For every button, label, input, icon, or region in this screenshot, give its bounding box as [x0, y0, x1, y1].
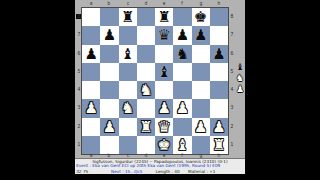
- square-d5[interactable]: [137, 63, 155, 81]
- file-label-top-f: f: [182, 1, 184, 6]
- square-b3[interactable]: [100, 99, 118, 117]
- piece-white-pawn: ♟: [173, 99, 191, 117]
- piece-black-bishop: ♝: [155, 63, 173, 81]
- square-h3[interactable]: [210, 99, 228, 117]
- square-g6[interactable]: [192, 45, 210, 63]
- square-d8[interactable]: [137, 8, 155, 26]
- square-g3[interactable]: [192, 99, 210, 117]
- next-move-label: Next : 15...Qc5: [111, 169, 143, 174]
- square-e8[interactable]: ♜: [155, 8, 173, 26]
- piece-black-pawn: ♟: [100, 26, 118, 44]
- square-e7[interactable]: ♛: [155, 26, 173, 44]
- square-e4[interactable]: [155, 81, 173, 99]
- square-h8[interactable]: [210, 8, 228, 26]
- square-h1[interactable]: ♜: [210, 136, 228, 154]
- piece-white-pawn: ♟: [82, 99, 100, 117]
- square-h6[interactable]: ♟: [210, 45, 228, 63]
- file-label-top-c: c: [126, 1, 128, 6]
- square-f3[interactable]: ♟: [173, 99, 191, 117]
- piece-white-king: ♚: [155, 136, 173, 154]
- square-a4[interactable]: [82, 81, 100, 99]
- rank-label-right-1: 1: [231, 142, 234, 147]
- piece-white-queen: ♛: [155, 118, 173, 136]
- piece-black-pawn: ♟: [82, 45, 100, 63]
- piece-black-knight: ♞: [173, 45, 191, 63]
- square-g4[interactable]: [192, 81, 210, 99]
- square-d4[interactable]: ♞: [137, 81, 155, 99]
- square-c2[interactable]: [119, 118, 137, 136]
- file-label-top-b: b: [108, 1, 111, 6]
- file-label-top-e: e: [163, 1, 166, 6]
- square-b6[interactable]: [100, 45, 118, 63]
- square-c8[interactable]: ♜: [119, 8, 137, 26]
- square-b2[interactable]: ♟: [100, 118, 118, 136]
- rank-label-left-2: 2: [77, 124, 80, 129]
- square-a2[interactable]: [82, 118, 100, 136]
- square-b7[interactable]: ♟: [100, 26, 118, 44]
- rank-label-left-1: 1: [77, 142, 80, 147]
- move-counter: 32 75: [76, 169, 88, 174]
- square-b8[interactable]: [100, 8, 118, 26]
- piece-white-rook: ♜: [210, 136, 228, 154]
- piece-white-pawn: ♟: [210, 118, 228, 136]
- rank-label-right-7: 7: [231, 33, 234, 38]
- square-b4[interactable]: [100, 81, 118, 99]
- piece-black-rook: ♜: [155, 8, 173, 26]
- square-c4[interactable]: [119, 81, 137, 99]
- square-d6[interactable]: [137, 45, 155, 63]
- file-label-top-g: g: [199, 1, 202, 6]
- rank-label-right-4: 4: [231, 88, 234, 93]
- rank-label-left-7: 7: [77, 33, 80, 38]
- square-g1[interactable]: [192, 136, 210, 154]
- file-label-top-d: d: [144, 1, 147, 6]
- rank-label-right-2: 2: [231, 124, 234, 129]
- square-f8[interactable]: [173, 8, 191, 26]
- square-b5[interactable]: [100, 63, 118, 81]
- square-g5[interactable]: [192, 63, 210, 81]
- square-c5[interactable]: [119, 63, 137, 81]
- square-f4[interactable]: [173, 81, 191, 99]
- square-e6[interactable]: [155, 45, 173, 63]
- square-a5[interactable]: [82, 63, 100, 81]
- square-f2[interactable]: [173, 118, 191, 136]
- rank-label-left-5: 5: [77, 69, 80, 74]
- piece-black-pawn: ♟: [173, 26, 191, 44]
- square-a7[interactable]: [82, 26, 100, 44]
- file-label-top-h: h: [217, 1, 220, 6]
- square-b1[interactable]: [100, 136, 118, 154]
- rank-label-right-5: 5: [231, 69, 234, 74]
- tray-white-knight: ♞: [236, 73, 244, 84]
- square-d1[interactable]: [137, 136, 155, 154]
- piece-black-pawn: ♟: [192, 26, 210, 44]
- square-a8[interactable]: [82, 8, 100, 26]
- square-h5[interactable]: [210, 63, 228, 81]
- square-e2[interactable]: ♛: [155, 118, 173, 136]
- chess-board: ♜♜♚♟♛♟♟♟♝♞♟♝♞♟♞♟♟♟♜♛♟♟♚♝♜: [82, 8, 228, 154]
- square-c3[interactable]: ♞: [119, 99, 137, 117]
- square-g7[interactable]: ♟: [192, 26, 210, 44]
- piece-white-knight: ♞: [137, 81, 155, 99]
- piece-black-queen: ♛: [155, 26, 173, 44]
- square-f1[interactable]: ♝: [173, 136, 191, 154]
- piece-white-bishop: ♝: [173, 136, 191, 154]
- square-c6[interactable]: ♝: [119, 45, 137, 63]
- rank-label-left-6: 6: [77, 51, 80, 56]
- square-d7[interactable]: [137, 26, 155, 44]
- piece-black-rook: ♜: [119, 8, 137, 26]
- square-h7[interactable]: [210, 26, 228, 44]
- square-g8[interactable]: ♚: [192, 8, 210, 26]
- rank-label-right-8: 8: [231, 15, 234, 20]
- square-d3[interactable]: [137, 99, 155, 117]
- piece-black-pawn: ♟: [210, 45, 228, 63]
- square-f5[interactable]: [173, 63, 191, 81]
- rank-label-left-3: 3: [77, 106, 80, 111]
- square-h4[interactable]: [210, 81, 228, 99]
- board-panel: ♜♜♚♟♛♟♟♟♝♞♟♝♞♟♞♟♟♟♜♛♟♟♚♝♜ ♝ ♞ ♟ aabbccdd…: [75, 0, 245, 158]
- square-f6[interactable]: ♞: [173, 45, 191, 63]
- rank-label-left-8: 8: [77, 15, 80, 20]
- square-h2[interactable]: ♟: [210, 118, 228, 136]
- square-g2[interactable]: ♟: [192, 118, 210, 136]
- material-tray: ♝ ♞ ♟: [235, 62, 245, 95]
- square-a1[interactable]: [82, 136, 100, 154]
- square-e1[interactable]: ♚: [155, 136, 173, 154]
- square-c7[interactable]: [119, 26, 137, 44]
- square-e3[interactable]: ♟: [155, 99, 173, 117]
- square-c1[interactable]: [119, 136, 137, 154]
- tray-black-bishop: ♝: [236, 62, 244, 73]
- piece-white-pawn: ♟: [100, 118, 118, 136]
- file-label-top-a: a: [90, 1, 93, 6]
- piece-black-bishop: ♝: [119, 45, 137, 63]
- rank-label-left-4: 4: [77, 88, 80, 93]
- square-f7[interactable]: ♟: [173, 26, 191, 44]
- status-line: 32 75 Next : 15...Qc5 Length : 40 Materi…: [75, 169, 245, 174]
- piece-white-pawn: ♟: [155, 99, 173, 117]
- piece-black-king: ♚: [192, 8, 210, 26]
- rank-label-right-6: 6: [231, 51, 234, 56]
- piece-white-rook: ♜: [137, 118, 155, 136]
- game-length-label: Length : 40: [156, 169, 180, 174]
- piece-white-knight: ♞: [119, 99, 137, 117]
- rank-label-right-3: 3: [231, 106, 234, 111]
- square-e5[interactable]: ♝: [155, 63, 173, 81]
- caption-bar: Sigfusson, Sigurdur (2245) -- Papadopoul…: [75, 158, 245, 174]
- material-label: Material : +1: [188, 169, 215, 174]
- tray-white-pawn: ♟: [236, 84, 244, 95]
- piece-white-pawn: ♟: [192, 118, 210, 136]
- square-a3[interactable]: ♟: [82, 99, 100, 117]
- square-d2[interactable]: ♜: [137, 118, 155, 136]
- square-a6[interactable]: ♟: [82, 45, 100, 63]
